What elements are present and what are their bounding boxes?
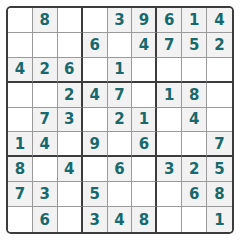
cell-r2c5-empty[interactable] [108,33,133,58]
cell-r2c8-given: 5 [182,33,207,58]
cell-r3c1-given: 4 [8,58,33,83]
cell-r2c2-empty[interactable] [33,33,58,58]
cell-r8c4-given: 5 [83,182,108,207]
cell-r5c4-empty[interactable] [83,108,108,133]
cell-r5c8-given: 4 [182,108,207,133]
cell-r9c3-empty[interactable] [58,207,83,232]
cell-r7c9-given: 5 [207,157,232,182]
cell-r8c6-empty[interactable] [132,182,157,207]
cell-r6c8-empty[interactable] [182,132,207,157]
cell-r8c2-given: 3 [33,182,58,207]
cell-r9c5-given: 4 [108,207,133,232]
cell-r4c5-given: 7 [108,83,133,108]
cell-r3c8-empty[interactable] [182,58,207,83]
cell-r3c3-given: 6 [58,58,83,83]
cell-r1c4-empty[interactable] [83,8,108,33]
cell-r1c7-given: 6 [157,8,182,33]
cell-r7c7-given: 3 [157,157,182,182]
cell-r9c6-given: 8 [132,207,157,232]
cell-r6c9-given: 7 [207,132,232,157]
cell-r5c9-empty[interactable] [207,108,232,133]
cell-r8c7-empty[interactable] [157,182,182,207]
cell-r6c1-given: 1 [8,132,33,157]
cell-r1c8-given: 1 [182,8,207,33]
cell-r4c7-given: 1 [157,83,182,108]
cell-r8c1-given: 7 [8,182,33,207]
cell-r4c9-empty[interactable] [207,83,232,108]
cell-r6c6-given: 6 [132,132,157,157]
cell-r3c4-empty[interactable] [83,58,108,83]
cell-r8c9-given: 8 [207,182,232,207]
cell-r1c3-empty[interactable] [58,8,83,33]
cell-r5c3-given: 3 [58,108,83,133]
cell-r9c1-empty[interactable] [8,207,33,232]
cell-r9c2-given: 6 [33,207,58,232]
cell-r4c4-given: 4 [83,83,108,108]
cell-r8c8-given: 6 [182,182,207,207]
cell-r9c4-given: 3 [83,207,108,232]
cell-r4c2-empty[interactable] [33,83,58,108]
cell-r7c2-empty[interactable] [33,157,58,182]
cell-r1c6-given: 9 [132,8,157,33]
cell-r6c2-given: 4 [33,132,58,157]
cell-r5c5-given: 2 [108,108,133,133]
cell-r1c1-empty[interactable] [8,8,33,33]
cell-r8c3-empty[interactable] [58,182,83,207]
cell-r5c2-given: 7 [33,108,58,133]
cell-r2c6-given: 4 [132,33,157,58]
cell-r2c4-given: 6 [83,33,108,58]
cell-r4c3-given: 2 [58,83,83,108]
cell-r6c3-empty[interactable] [58,132,83,157]
cell-r8c5-empty[interactable] [108,182,133,207]
cell-r7c5-given: 6 [108,157,133,182]
cell-r4c8-given: 8 [182,83,207,108]
cell-r5c7-empty[interactable] [157,108,182,133]
cell-r7c1-given: 8 [8,157,33,182]
cell-r6c4-given: 9 [83,132,108,157]
cell-r9c7-empty[interactable] [157,207,182,232]
sudoku-board: 8396146475242612471873214149678463257356… [6,6,234,234]
cell-r7c8-given: 2 [182,157,207,182]
cell-r2c7-given: 7 [157,33,182,58]
cell-r3c9-empty[interactable] [207,58,232,83]
cell-r3c5-given: 1 [108,58,133,83]
cell-r2c1-empty[interactable] [8,33,33,58]
cell-r5c6-given: 1 [132,108,157,133]
cell-r5c1-empty[interactable] [8,108,33,133]
cell-r6c5-empty[interactable] [108,132,133,157]
cell-r2c9-given: 2 [207,33,232,58]
cell-r4c1-empty[interactable] [8,83,33,108]
cell-r1c2-given: 8 [33,8,58,33]
cell-r1c5-given: 3 [108,8,133,33]
cell-r7c3-given: 4 [58,157,83,182]
cell-r2c3-empty[interactable] [58,33,83,58]
cell-r7c4-empty[interactable] [83,157,108,182]
cell-r1c9-given: 4 [207,8,232,33]
cell-r3c7-empty[interactable] [157,58,182,83]
cell-r7c6-empty[interactable] [132,157,157,182]
cell-r9c9-given: 1 [207,207,232,232]
cell-r4c6-empty[interactable] [132,83,157,108]
cell-r3c6-empty[interactable] [132,58,157,83]
cell-r6c7-empty[interactable] [157,132,182,157]
cell-r3c2-given: 2 [33,58,58,83]
cell-r9c8-empty[interactable] [182,207,207,232]
